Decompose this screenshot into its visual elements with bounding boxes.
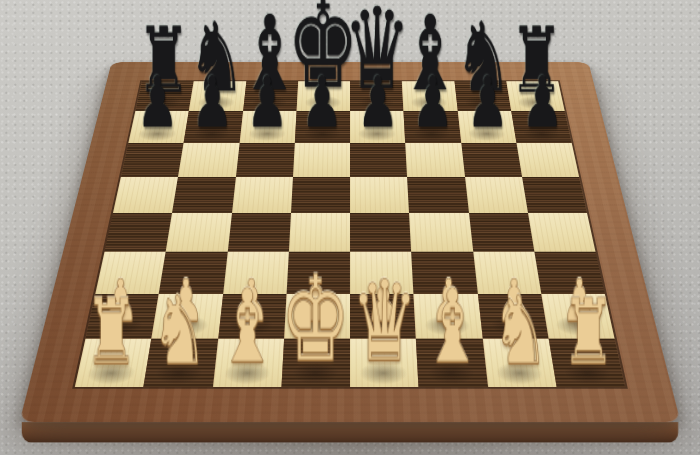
square-h4 xyxy=(528,213,596,252)
square-g5 xyxy=(465,177,528,213)
white-queen: ♛ xyxy=(351,267,418,378)
square-a1: ♜ xyxy=(75,339,152,388)
square-c7: ♟ xyxy=(239,111,296,143)
square-f5 xyxy=(407,177,468,213)
square-g7: ♟ xyxy=(457,111,516,143)
black-pawn: ♟ xyxy=(191,67,233,137)
black-pawn: ♟ xyxy=(136,67,178,137)
photo-of-chess-set: { "game": "chess", "view": { "near_side"… xyxy=(0,0,700,455)
square-d7: ♟ xyxy=(295,111,350,143)
square-f6 xyxy=(405,143,464,177)
square-h1: ♜ xyxy=(548,339,625,388)
square-b6 xyxy=(178,143,239,177)
square-e6 xyxy=(350,143,407,177)
square-f4 xyxy=(409,213,473,252)
scene: ♜♞♝♚♛♝♞♜♟♟♟♟♟♟♟♟♟♟♟♟♟♟♟♟♜♞♝♚♛♝♞♜ xyxy=(0,0,700,455)
black-pawn: ♟ xyxy=(467,67,509,137)
black-pawn: ♟ xyxy=(246,67,288,137)
square-a4 xyxy=(104,213,172,252)
square-c1: ♝ xyxy=(212,339,283,388)
square-g1: ♞ xyxy=(482,339,556,388)
square-h7: ♟ xyxy=(511,111,572,143)
black-pawn: ♟ xyxy=(301,67,343,137)
white-rook: ♜ xyxy=(562,288,616,378)
black-pawn: ♟ xyxy=(412,67,454,137)
square-h6 xyxy=(516,143,579,177)
white-king: ♚ xyxy=(281,260,352,378)
black-pawn: ♟ xyxy=(357,67,399,137)
square-f7: ♟ xyxy=(404,111,461,143)
square-d1: ♚ xyxy=(281,339,350,388)
square-a7: ♟ xyxy=(128,111,189,143)
square-e4 xyxy=(350,213,411,252)
white-bishop: ♝ xyxy=(422,277,483,378)
square-e1: ♛ xyxy=(350,339,419,388)
square-e7: ♟ xyxy=(350,111,405,143)
square-b7: ♟ xyxy=(184,111,243,143)
square-c4 xyxy=(227,213,291,252)
black-pawn: ♟ xyxy=(522,67,564,137)
white-knight: ♞ xyxy=(492,283,549,378)
white-knight: ♞ xyxy=(151,283,208,378)
square-a5 xyxy=(113,177,178,213)
white-bishop: ♝ xyxy=(217,277,278,378)
square-c5 xyxy=(232,177,293,213)
white-rook: ♜ xyxy=(84,288,138,378)
square-b5 xyxy=(172,177,235,213)
square-a6 xyxy=(121,143,184,177)
square-e5 xyxy=(350,177,409,213)
square-b1: ♞ xyxy=(144,339,218,388)
square-d5 xyxy=(291,177,350,213)
square-g6 xyxy=(461,143,522,177)
square-f1: ♝ xyxy=(416,339,487,388)
square-b4 xyxy=(166,213,232,252)
square-c6 xyxy=(235,143,294,177)
square-d4 xyxy=(289,213,350,252)
square-h5 xyxy=(522,177,587,213)
board-front-edge xyxy=(22,422,678,442)
square-g4 xyxy=(469,213,535,252)
square-d6 xyxy=(293,143,350,177)
board-grid: ♜♞♝♚♛♝♞♜♟♟♟♟♟♟♟♟♟♟♟♟♟♟♟♟♜♞♝♚♛♝♞♜ xyxy=(75,81,625,387)
chessboard: ♜♞♝♚♛♝♞♜♟♟♟♟♟♟♟♟♟♟♟♟♟♟♟♟♜♞♝♚♛♝♞♜ xyxy=(19,62,680,422)
